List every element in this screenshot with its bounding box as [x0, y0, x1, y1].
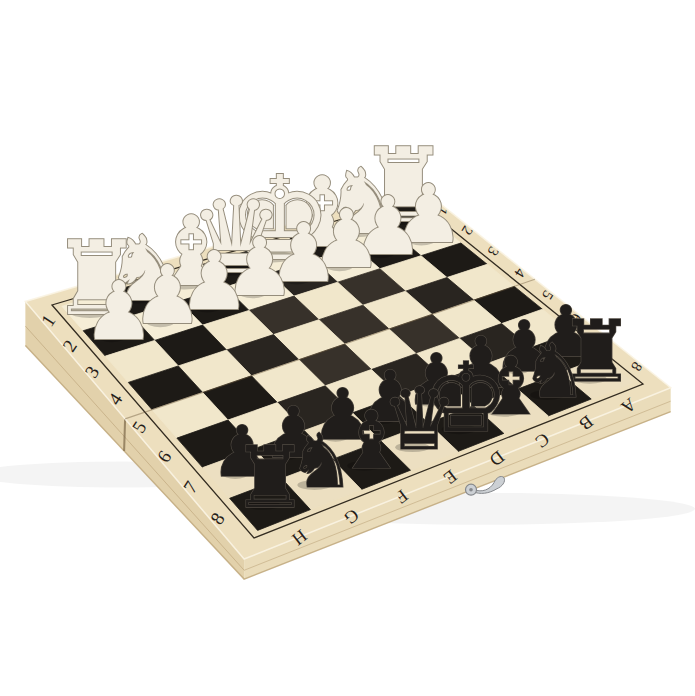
chessboard-photo: 1122334455667788ABCDEFGH ♜♞♟♝♟♚♟♛♟♝♟♞♟♜♟…: [0, 0, 695, 696]
product-photo-stage: 1122334455667788ABCDEFGH ♜♞♟♝♟♚♟♛♟♝♟♞♟♜♟…: [0, 0, 695, 696]
piece-white-pawn-h2: ♟: [83, 264, 155, 358]
piece-black-rook-h8: ♜: [232, 428, 308, 527]
